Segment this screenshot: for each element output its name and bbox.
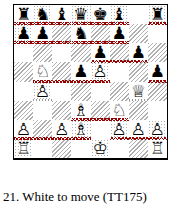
spellcheck-squiggle	[91, 60, 148, 63]
spellcheck-squiggle	[14, 22, 129, 25]
piece-backing: ♚	[91, 139, 110, 158]
square-c1	[52, 139, 71, 158]
square-d1	[71, 139, 90, 158]
square-g8	[129, 5, 148, 24]
square-a1: ♜♖	[14, 139, 33, 158]
square-e2	[91, 120, 110, 139]
square-b1	[33, 139, 52, 158]
square-g3	[129, 101, 148, 120]
square-c6	[52, 43, 71, 62]
square-h4	[148, 82, 167, 101]
square-f1	[110, 139, 129, 158]
square-g7	[129, 24, 148, 43]
spellcheck-squiggle	[71, 118, 128, 121]
square-a3	[14, 101, 33, 120]
square-h7	[148, 24, 167, 43]
spellcheck-squiggle	[14, 41, 129, 44]
piece-white-rook: ♖	[14, 139, 33, 158]
square-h1: ♜♖	[148, 139, 167, 158]
square-b3	[33, 101, 52, 120]
piece-backing: ♜	[14, 139, 33, 158]
square-a4	[14, 82, 33, 101]
dotted-underline	[33, 99, 52, 101]
square-d6	[71, 43, 90, 62]
square-f5	[110, 62, 129, 81]
square-e1: ♚♔	[91, 139, 110, 158]
square-h6	[148, 43, 167, 62]
spellcheck-squiggle	[33, 80, 110, 83]
square-g1	[129, 139, 148, 158]
piece-white-rook: ♖	[148, 139, 167, 158]
spellcheck-squiggle	[14, 137, 91, 140]
chess-board: ♜♞♝♛♚♝♜♟♟♞♟♟♟♞♘♟♟♙♟♟♙♛♕♝♗♞♘♟♙♟♙♝♗♟♙♟♙♟♙♜…	[14, 5, 167, 158]
square-c4	[52, 82, 71, 101]
piece-backing: ♜	[148, 139, 167, 158]
board-frame: ♜♞♝♛♚♝♜♟♟♞♟♟♟♞♘♟♟♙♟♟♙♛♕♝♗♞♘♟♙♟♙♝♗♟♙♟♙♟♙♜…	[13, 4, 168, 160]
square-a5	[14, 62, 33, 81]
square-c3	[52, 101, 71, 120]
square-e4	[91, 82, 110, 101]
diagram-caption: 21. White to move (TT175)	[3, 189, 175, 205]
spellcheck-squiggle	[148, 80, 167, 83]
square-g5	[129, 62, 148, 81]
chess-diagram: ♜♞♝♛♚♝♜♟♟♞♟♟♟♞♘♟♟♙♟♟♙♛♕♝♗♞♘♟♙♟♙♝♗♟♙♟♙♟♙♜…	[0, 0, 177, 214]
piece-white-king: ♔	[91, 139, 110, 158]
square-b6	[33, 43, 52, 62]
square-a6	[14, 43, 33, 62]
spellcheck-squiggle	[110, 137, 167, 140]
square-h3	[148, 101, 167, 120]
dotted-underline	[129, 99, 148, 101]
spellcheck-squiggle	[148, 22, 167, 25]
square-f4	[110, 82, 129, 101]
square-d4	[71, 82, 90, 101]
